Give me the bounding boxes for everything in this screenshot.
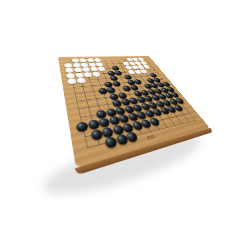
white-stone xyxy=(91,71,100,76)
white-stone xyxy=(97,66,106,71)
photo-canvas: GO GO xyxy=(0,0,240,239)
black-stone xyxy=(76,121,89,133)
black-stone xyxy=(106,87,116,94)
white-stone xyxy=(76,78,86,84)
white-stone xyxy=(67,78,77,84)
